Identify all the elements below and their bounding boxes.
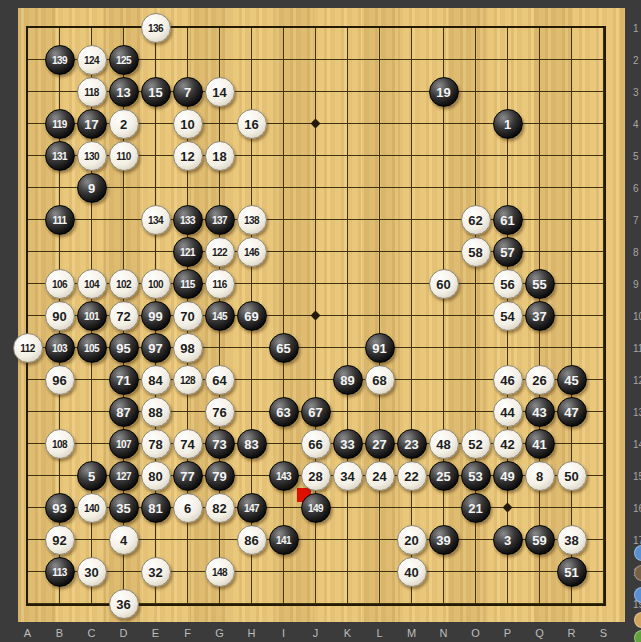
stone-black: 119 [45,109,75,139]
stone-black: 77 [173,461,203,491]
stone-black: 63 [269,397,299,427]
stone-black: 37 [525,301,555,331]
column-label: M [407,627,416,639]
board-cell[interactable] [524,140,556,172]
board-cell[interactable] [204,108,236,140]
stone-white: 84 [141,365,171,395]
board-cell[interactable] [76,364,108,396]
board-cell[interactable] [76,204,108,236]
board-cell[interactable] [364,588,396,620]
board-cell[interactable] [12,172,44,204]
board-cell[interactable] [44,396,76,428]
board-cell[interactable] [364,492,396,524]
stone-white: 86 [237,525,267,555]
board-cell[interactable] [44,588,76,620]
board-cell[interactable] [556,12,588,44]
column-label: I [282,627,285,639]
board-cell[interactable] [140,108,172,140]
stone-black: 115 [173,269,203,299]
board-cell[interactable] [300,332,332,364]
board-cell[interactable] [364,44,396,76]
panel-icon-tan[interactable] [634,612,641,628]
panel-icon-blue-1[interactable] [634,545,641,561]
board-cell[interactable] [428,108,460,140]
board-cell[interactable] [332,76,364,108]
board-cell[interactable] [268,268,300,300]
board-cell[interactable] [108,556,140,588]
board-cell[interactable] [236,332,268,364]
column-label: J [313,627,319,639]
board-cell[interactable] [268,556,300,588]
board-cell[interactable] [108,12,140,44]
board-cell[interactable] [300,364,332,396]
board-cell[interactable] [396,300,428,332]
board-cell[interactable] [332,492,364,524]
board-cell[interactable] [332,236,364,268]
board-cell[interactable] [236,460,268,492]
stone-black: 93 [45,493,75,523]
board-cell[interactable] [332,524,364,556]
board-cell[interactable] [268,12,300,44]
column-label: A [24,627,31,639]
board-cell[interactable] [172,396,204,428]
board-cell[interactable] [76,524,108,556]
board-cell[interactable] [428,44,460,76]
board-cell[interactable] [364,12,396,44]
board-cell[interactable] [364,524,396,556]
board-cell[interactable] [524,76,556,108]
stone-white: 14 [205,77,235,107]
board-cell[interactable] [556,44,588,76]
board-cell[interactable] [236,172,268,204]
stone-black: 145 [205,301,235,331]
board-cell[interactable] [236,12,268,44]
board-cell[interactable] [236,588,268,620]
board-cell[interactable] [524,44,556,76]
board-cell[interactable] [460,76,492,108]
stone-white: 62 [461,205,491,235]
board-cell[interactable] [332,204,364,236]
stone-black: 23 [397,429,427,459]
board-cell[interactable] [140,44,172,76]
row-label: 5 [633,150,639,161]
board-cell[interactable] [268,492,300,524]
board-cell[interactable] [428,12,460,44]
board-cell[interactable] [460,364,492,396]
board-cell[interactable] [460,332,492,364]
board-cell[interactable] [172,588,204,620]
board-cell[interactable] [460,268,492,300]
board-cell[interactable] [268,204,300,236]
board-cell[interactable] [108,236,140,268]
board-cell[interactable] [300,204,332,236]
board-cell[interactable] [12,396,44,428]
board-cell[interactable] [12,76,44,108]
board-cell[interactable] [140,588,172,620]
row-label: 10 [633,310,641,321]
board-cell[interactable] [300,588,332,620]
board-cell[interactable] [44,172,76,204]
board-cell[interactable] [172,12,204,44]
board-cell[interactable] [236,396,268,428]
board-cell[interactable] [332,172,364,204]
board-cell[interactable] [396,76,428,108]
board-cell[interactable] [12,300,44,332]
panel-icon-green[interactable] [634,630,641,642]
board-cell[interactable] [524,588,556,620]
board-cell[interactable] [396,172,428,204]
board-cell[interactable] [396,204,428,236]
stone-black: 141 [269,525,299,555]
board-cell[interactable] [300,140,332,172]
board-cell[interactable] [268,364,300,396]
stone-white: 148 [205,557,235,587]
board-cell[interactable] [588,396,620,428]
stone-white: 20 [397,525,427,555]
board-cell[interactable] [44,460,76,492]
board-cell[interactable] [396,268,428,300]
board-cell[interactable] [524,172,556,204]
column-label: S [600,627,607,639]
board-cell[interactable] [332,108,364,140]
stone-white: 108 [45,429,75,459]
board-cell[interactable] [460,396,492,428]
board-cell[interactable] [588,268,620,300]
board-cell[interactable] [332,556,364,588]
board-cell[interactable] [588,364,620,396]
board-cell[interactable] [428,236,460,268]
board-cell[interactable] [364,76,396,108]
stone-black: 65 [269,333,299,363]
stone-black: 71 [109,365,139,395]
board-cell[interactable] [268,300,300,332]
board-cell[interactable] [12,556,44,588]
board-cell[interactable] [492,588,524,620]
board-cell[interactable] [492,76,524,108]
board-cell[interactable] [588,428,620,460]
stone-black: 149 [301,493,331,523]
row-label: 2 [633,54,639,65]
board-cell[interactable] [268,108,300,140]
board-cell[interactable] [588,460,620,492]
board-cell[interactable] [204,44,236,76]
board-cell[interactable] [332,140,364,172]
stone-black: 103 [45,333,75,363]
board-cell[interactable] [556,236,588,268]
panel-icon-olive[interactable] [634,565,641,581]
board-cell[interactable] [300,76,332,108]
stone-white: 18 [205,141,235,171]
stone-black: 79 [205,461,235,491]
board-cell[interactable] [44,76,76,108]
column-label: P [504,627,511,639]
board-cell[interactable] [300,268,332,300]
stone-black: 143 [269,461,299,491]
board-cell[interactable] [492,140,524,172]
stone-white: 52 [461,429,491,459]
board-cell[interactable] [268,236,300,268]
board-cell[interactable] [556,428,588,460]
board-cell[interactable] [460,140,492,172]
board-cell[interactable] [12,108,44,140]
stone-white: 36 [109,589,139,619]
board-cell[interactable] [332,44,364,76]
board-cell[interactable] [428,588,460,620]
row-label: 11 [633,342,641,353]
board-cell[interactable] [268,140,300,172]
stone-black: 39 [429,525,459,555]
stone-black: 59 [525,525,555,555]
board-cell[interactable] [172,44,204,76]
board-cell[interactable] [332,588,364,620]
stone-white: 22 [397,461,427,491]
board-cell[interactable] [460,172,492,204]
board-cell[interactable] [364,236,396,268]
board-cell[interactable] [364,140,396,172]
board-cell[interactable] [300,44,332,76]
board-cell[interactable] [76,396,108,428]
board-cell[interactable] [236,268,268,300]
board-cell[interactable] [44,12,76,44]
board-cell[interactable] [300,12,332,44]
board-cell[interactable] [12,492,44,524]
column-label: L [376,627,382,639]
board-cell[interactable] [236,364,268,396]
row-label: 1 [633,22,639,33]
board-cell[interactable] [396,364,428,396]
stone-white: 118 [77,77,107,107]
board-cell[interactable] [12,524,44,556]
board-cell[interactable] [588,172,620,204]
board-cell[interactable] [300,172,332,204]
board-cell[interactable] [332,300,364,332]
board-cell[interactable] [524,556,556,588]
board-cell[interactable] [396,396,428,428]
board-cell[interactable] [556,140,588,172]
board-cell[interactable] [588,588,620,620]
board-cell[interactable] [364,556,396,588]
board-cell[interactable] [428,492,460,524]
board-cell[interactable] [44,236,76,268]
board-cell[interactable] [12,364,44,396]
board-cell[interactable] [556,204,588,236]
board-cell[interactable] [588,492,620,524]
stone-black: 49 [493,461,523,491]
board-cell[interactable] [12,140,44,172]
board-cell[interactable] [588,140,620,172]
stone-black: 111 [45,205,75,235]
board-cell[interactable] [588,44,620,76]
board-cell[interactable] [268,428,300,460]
board-cell[interactable] [428,332,460,364]
board-cell[interactable] [428,140,460,172]
board-cell[interactable] [524,332,556,364]
board-cell[interactable] [268,588,300,620]
board-cell[interactable] [556,332,588,364]
board-cell[interactable] [172,172,204,204]
board-cell[interactable] [332,12,364,44]
board-cell[interactable] [524,204,556,236]
board-cell[interactable] [12,428,44,460]
stone-white: 106 [45,269,75,299]
board-cell[interactable] [556,588,588,620]
board-cell[interactable] [332,396,364,428]
stone-white: 146 [237,237,267,267]
stone-white: 124 [77,45,107,75]
board-cell[interactable] [460,588,492,620]
column-label: F [184,627,191,639]
board-cell[interactable] [556,492,588,524]
column-label: B [56,627,63,639]
board-cell[interactable] [364,268,396,300]
board-cell[interactable] [204,172,236,204]
stone-black: 83 [237,429,267,459]
board-cell[interactable] [172,556,204,588]
stone-white: 38 [557,525,587,555]
stone-black: 81 [141,493,171,523]
stone-white: 82 [205,493,235,523]
board-cell[interactable] [588,332,620,364]
board-cell[interactable] [300,556,332,588]
board-cell[interactable] [492,556,524,588]
board-cell[interactable] [460,108,492,140]
board-cell[interactable] [588,76,620,108]
board-cell[interactable] [268,44,300,76]
board-cell[interactable] [588,204,620,236]
board-cell[interactable] [236,76,268,108]
stone-white: 100 [141,269,171,299]
board-cell[interactable] [204,524,236,556]
stone-black: 125 [109,45,139,75]
board-cell[interactable] [204,332,236,364]
board-cell[interactable] [460,300,492,332]
board-cell[interactable] [588,556,620,588]
stone-black: 101 [77,301,107,331]
column-label: D [120,627,128,639]
row-label: 4 [633,118,639,129]
stone-white: 122 [205,237,235,267]
board-cell[interactable] [588,524,620,556]
board-cell[interactable] [492,332,524,364]
board-cell[interactable] [76,428,108,460]
board-cell[interactable] [396,236,428,268]
board-cell[interactable] [396,44,428,76]
board-cell[interactable] [396,492,428,524]
board-cell[interactable] [588,236,620,268]
board-cell[interactable] [524,236,556,268]
board-cell[interactable] [460,524,492,556]
board-cell[interactable] [268,76,300,108]
board-cell[interactable] [12,460,44,492]
board-cell[interactable] [396,12,428,44]
board-cell[interactable] [12,44,44,76]
board-cell[interactable] [396,108,428,140]
board-cell[interactable] [588,108,620,140]
board-cell[interactable] [524,108,556,140]
board-cell[interactable] [492,172,524,204]
stone-white: 72 [109,301,139,331]
board-cell[interactable] [12,204,44,236]
board-cell[interactable] [76,236,108,268]
board-cell[interactable] [428,556,460,588]
board-cell[interactable] [364,204,396,236]
column-label: G [215,627,224,639]
board-cell[interactable] [12,588,44,620]
board-cell[interactable] [428,364,460,396]
board-cell[interactable] [428,300,460,332]
stone-white: 92 [45,525,75,555]
board-cell[interactable] [556,300,588,332]
board-cell[interactable] [140,140,172,172]
board-cell[interactable] [588,300,620,332]
stone-black: 3 [493,525,523,555]
stone-white: 116 [205,269,235,299]
row-label: 13 [633,406,641,417]
stone-white: 90 [45,301,75,331]
board-cell[interactable] [492,44,524,76]
stone-black: 35 [109,493,139,523]
board-cell[interactable] [364,108,396,140]
board-cell[interactable] [396,140,428,172]
board-cell[interactable] [268,172,300,204]
board-cell[interactable] [236,44,268,76]
board-cell[interactable] [12,268,44,300]
board-cell[interactable] [396,332,428,364]
board-cell[interactable] [140,172,172,204]
board-cell[interactable] [460,556,492,588]
board-cell[interactable] [140,236,172,268]
board-cell[interactable] [492,12,524,44]
board-cell[interactable] [172,524,204,556]
board-cell[interactable] [460,12,492,44]
board-cell[interactable] [300,524,332,556]
board-cell[interactable] [204,12,236,44]
board-cell[interactable] [588,12,620,44]
board-cell[interactable] [460,44,492,76]
board-cell[interactable] [332,268,364,300]
stone-black: 55 [525,269,555,299]
board-cell[interactable] [332,332,364,364]
board-cell[interactable] [204,588,236,620]
stone-black: 97 [141,333,171,363]
board-cell[interactable] [364,172,396,204]
stone-white: 98 [173,333,203,363]
board-cell[interactable] [396,588,428,620]
board-cell[interactable] [524,492,556,524]
board-cell[interactable] [108,204,140,236]
stone-black: 131 [45,141,75,171]
board-cell[interactable] [364,396,396,428]
board-cell[interactable] [556,268,588,300]
board-cell[interactable] [428,396,460,428]
board-cell[interactable] [364,300,396,332]
board-cell[interactable] [428,204,460,236]
board-cell[interactable] [12,12,44,44]
board-cell[interactable] [556,108,588,140]
board-cell[interactable] [524,12,556,44]
board-cell[interactable] [236,556,268,588]
board-cell[interactable] [236,140,268,172]
board-cell[interactable] [300,236,332,268]
board-cell[interactable] [428,172,460,204]
board-cell[interactable] [556,172,588,204]
board-cell[interactable] [12,236,44,268]
board-cell[interactable] [76,588,108,620]
board-cell[interactable] [556,76,588,108]
board-cell[interactable] [76,12,108,44]
board-cell[interactable] [140,524,172,556]
board-cell[interactable] [108,172,140,204]
